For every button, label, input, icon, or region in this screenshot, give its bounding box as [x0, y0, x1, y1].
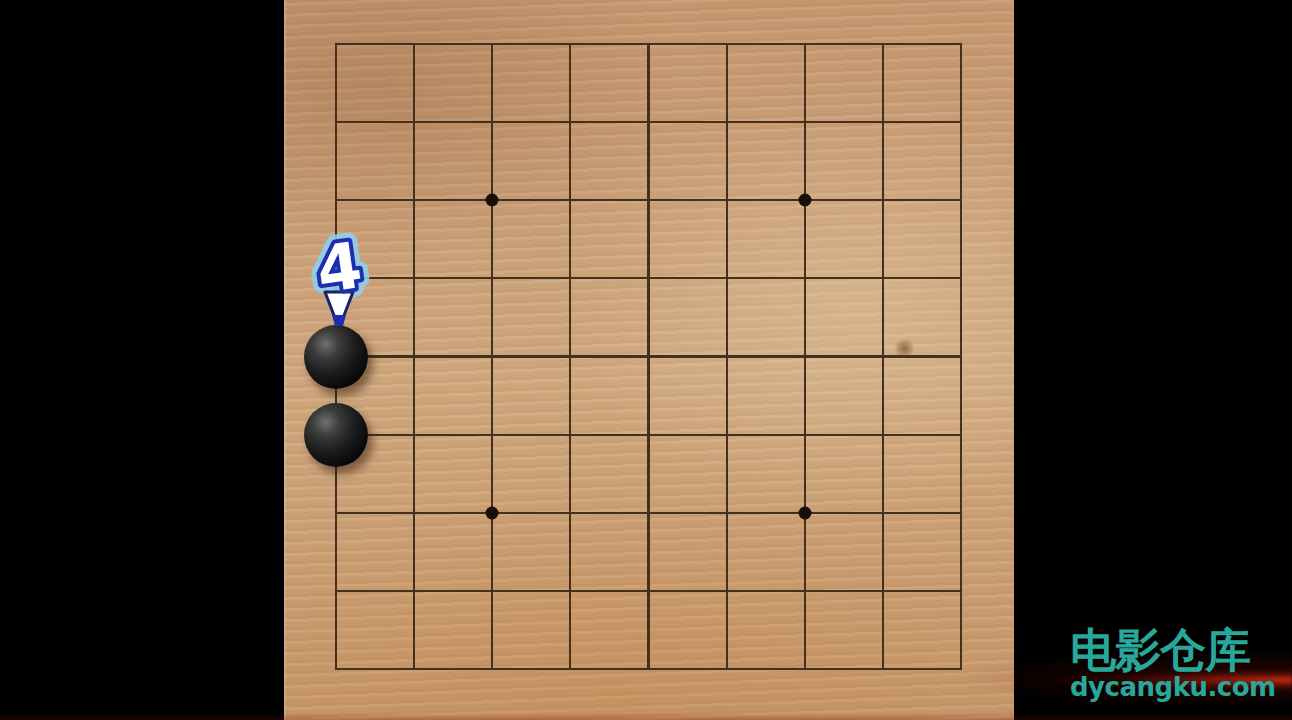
stone-a4	[304, 403, 368, 467]
watermark: 电影仓库 dycangku.com	[1070, 626, 1276, 702]
star-point-c7	[486, 194, 499, 207]
goban-board: 4 4	[284, 0, 1014, 720]
star-point-c3	[486, 506, 499, 519]
bottom-red-tint	[0, 713, 1292, 720]
star-point-g7	[798, 194, 811, 207]
letterbox-left	[0, 0, 284, 720]
move-number-badge: 4 4	[294, 218, 384, 330]
goban-grid	[335, 43, 962, 670]
video-frame: 4 4 电影仓库 dycangku.com	[0, 0, 1292, 720]
watermark-domain: dycangku.com	[1070, 674, 1276, 701]
stone-a5	[304, 325, 368, 389]
move-number-label: 4	[312, 228, 366, 307]
watermark-title: 电影仓库	[1070, 626, 1276, 674]
star-point-g3	[798, 506, 811, 519]
letterbox-right	[1014, 0, 1292, 720]
